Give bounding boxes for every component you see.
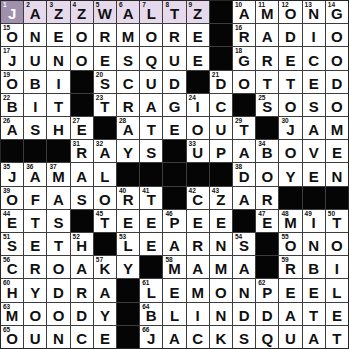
black-cell-r9c14	[303, 187, 325, 209]
cell-r2c15[interactable]: O	[326, 24, 348, 46]
cell-r3c4[interactable]: O	[71, 47, 93, 69]
cell-letter: A	[76, 261, 87, 278]
cell-r6c2[interactable]: S	[24, 117, 46, 139]
cell-letter: J	[8, 6, 16, 23]
cell-r15c1[interactable]: 65O	[1, 326, 23, 348]
cell-letter: L	[170, 308, 179, 325]
cell-letter: O	[29, 308, 41, 325]
cell-letter: R	[99, 29, 110, 46]
cell-letter: O	[6, 76, 18, 93]
black-cell-r7c8	[163, 140, 185, 162]
cell-r9c4[interactable]: S	[71, 187, 93, 209]
cell-r6c3[interactable]: H	[47, 117, 69, 139]
cell-r11c6[interactable]: 53L	[117, 233, 139, 255]
cell-letter: G	[331, 6, 343, 23]
cell-letter: E	[285, 285, 295, 302]
cell-r14c9[interactable]: I	[187, 303, 209, 325]
cell-r15c7[interactable]: 66J	[140, 326, 162, 348]
cell-letter: A	[169, 331, 180, 348]
black-cell-r14c6	[117, 303, 139, 325]
cell-r15c11[interactable]: S	[233, 326, 255, 348]
black-cell-r8c10	[210, 163, 232, 185]
cell-r13c13[interactable]: E	[279, 279, 301, 301]
cell-r8c1[interactable]: 35J	[1, 163, 23, 185]
cell-letter: O	[53, 261, 65, 278]
cell-letter: Y	[123, 145, 133, 162]
cell-r4c11[interactable]: O	[233, 71, 255, 93]
cell-letter: Y	[123, 261, 133, 278]
cell-letter: N	[53, 331, 64, 348]
cell-number: 8	[165, 2, 169, 9]
cell-letter: R	[262, 192, 273, 209]
cell-r11c15[interactable]: O	[326, 233, 348, 255]
cell-letter: E	[53, 29, 63, 46]
cell-letter: U	[285, 331, 296, 348]
cell-r13c15[interactable]: L	[326, 279, 348, 301]
cell-letter: P	[216, 145, 226, 162]
cell-letter: A	[262, 29, 273, 46]
cell-letter: O	[285, 6, 297, 23]
cell-r6c15[interactable]: M	[326, 117, 348, 139]
cell-letter: S	[262, 99, 272, 116]
cell-r1c3[interactable]: 3Z	[47, 1, 69, 23]
cell-r9c11[interactable]: A	[233, 187, 255, 209]
cell-r14c4[interactable]: D	[71, 303, 93, 325]
cell-r4c7[interactable]: U	[140, 71, 162, 93]
cell-r15c12[interactable]: Q	[256, 326, 278, 348]
cell-letter: M	[168, 261, 181, 278]
cell-number: 2	[26, 2, 30, 9]
black-cell-r6c5	[94, 117, 116, 139]
cell-r10c12[interactable]: 47E	[256, 210, 278, 232]
cell-r5c2[interactable]: I	[24, 94, 46, 116]
cell-r11c2[interactable]: E	[24, 233, 46, 255]
cell-number: 46	[165, 211, 172, 218]
cell-r12c3[interactable]: O	[47, 256, 69, 278]
cell-r9c2[interactable]: F	[24, 187, 46, 209]
cell-r8c2[interactable]: 36A	[24, 163, 46, 185]
cell-r9c7[interactable]: 41T	[140, 187, 162, 209]
cell-number: 15	[3, 25, 10, 32]
cell-r13c12[interactable]: 62P	[256, 279, 278, 301]
cell-r12c15[interactable]: I	[326, 256, 348, 278]
cell-r13c3[interactable]: D	[47, 279, 69, 301]
cell-letter: S	[239, 331, 249, 348]
cell-r11c14[interactable]: N	[303, 233, 325, 255]
cell-r15c9[interactable]: C	[187, 326, 209, 348]
cell-r1c13[interactable]: 12O	[279, 1, 301, 23]
cell-r12c13[interactable]: 59R	[279, 256, 301, 278]
cell-r11c7[interactable]: E	[140, 233, 162, 255]
cell-r2c12[interactable]: A	[256, 24, 278, 46]
cell-number: 57	[96, 257, 103, 264]
cell-r10c7[interactable]: E	[140, 210, 162, 232]
cell-r6c7[interactable]: T	[140, 117, 162, 139]
cell-letter: T	[147, 192, 156, 209]
cell-letter: N	[30, 29, 41, 46]
cell-letter: G	[238, 53, 250, 70]
cell-r10c2[interactable]: T	[24, 210, 46, 232]
cell-r13c4[interactable]: R	[71, 279, 93, 301]
cell-r4c3[interactable]: I	[47, 71, 69, 93]
cell-r11c4[interactable]: 52H	[71, 233, 93, 255]
cell-letter: T	[100, 215, 109, 232]
cell-letter: T	[31, 215, 40, 232]
cell-r9c9[interactable]: 42C	[187, 187, 209, 209]
cell-r5c7[interactable]: A	[140, 94, 162, 116]
cell-number: 7	[142, 2, 146, 9]
cell-r12c2[interactable]: R	[24, 256, 46, 278]
cell-letter: J	[147, 331, 155, 348]
cell-letter: A	[308, 331, 319, 348]
cell-r4c12[interactable]: T	[256, 71, 278, 93]
black-cell-r8c7	[140, 163, 162, 185]
cell-letter: A	[53, 192, 64, 209]
cell-r2c13[interactable]: D	[279, 24, 301, 46]
cell-r6c10[interactable]: U	[210, 117, 232, 139]
cell-r2c2[interactable]: N	[24, 24, 46, 46]
cell-letter: H	[76, 238, 87, 255]
cell-r15c13[interactable]: U	[279, 326, 301, 348]
cell-r8c4[interactable]: A	[71, 163, 93, 185]
cell-r1c8[interactable]: 8T	[163, 1, 185, 23]
cell-r4c2[interactable]: B	[24, 71, 46, 93]
cell-r1c1[interactable]: 1J	[1, 1, 23, 23]
cell-r15c15[interactable]: T	[326, 326, 348, 348]
cell-letter: I	[196, 308, 200, 325]
cell-r2c4[interactable]: O	[71, 24, 93, 46]
cell-r9c6[interactable]: 40R	[117, 187, 139, 209]
cell-r10c1[interactable]: 44E	[1, 210, 23, 232]
cell-r12c11[interactable]: A	[233, 256, 255, 278]
cell-letter: P	[169, 215, 179, 232]
cell-r1c6[interactable]: 6A	[117, 1, 139, 23]
cell-letter: A	[239, 192, 250, 209]
cell-r3c15[interactable]: O	[326, 47, 348, 69]
cell-r14c1[interactable]: 63M	[1, 303, 23, 325]
cell-number: 21	[212, 72, 219, 79]
cell-r14c11[interactable]: D	[233, 303, 255, 325]
cell-letter: E	[309, 169, 319, 186]
cell-r2c9[interactable]: E	[187, 24, 209, 46]
cell-r3c8[interactable]: U	[163, 47, 185, 69]
cell-letter: U	[169, 53, 180, 70]
cell-r11c10[interactable]: N	[210, 233, 232, 255]
cell-r10c14[interactable]: 49I	[303, 210, 325, 232]
cell-r15c8[interactable]: A	[163, 326, 185, 348]
cell-r10c8[interactable]: 46P	[163, 210, 185, 232]
cell-letter: E	[262, 215, 272, 232]
cell-r1c12[interactable]: 11M	[256, 1, 278, 23]
cell-r4c6[interactable]: C	[117, 71, 139, 93]
cell-r6c11[interactable]: 29T	[233, 117, 255, 139]
cell-r7c13[interactable]: O	[279, 140, 301, 162]
cell-r12c5[interactable]: 57K	[94, 256, 116, 278]
cell-r3c13[interactable]: E	[279, 47, 301, 69]
cell-r5c14[interactable]: S	[303, 94, 325, 116]
cell-r1c7[interactable]: 7L	[140, 1, 162, 23]
cell-r12c8[interactable]: 58M	[163, 256, 185, 278]
cell-r14c12[interactable]: D	[256, 303, 278, 325]
cell-r10c6[interactable]: E	[117, 210, 139, 232]
cell-r3c9[interactable]: E	[187, 47, 209, 69]
cell-r5c15[interactable]: O	[326, 94, 348, 116]
cell-letter: U	[30, 53, 41, 70]
cell-letter: L	[147, 285, 156, 302]
cell-letter: I	[312, 29, 316, 46]
cell-r8c14[interactable]: E	[303, 163, 325, 185]
cell-r7c5[interactable]: 32A	[94, 140, 116, 162]
cell-r6c1[interactable]: 26A	[1, 117, 23, 139]
cell-r6c8[interactable]: E	[163, 117, 185, 139]
cell-letter: I	[56, 76, 60, 93]
cell-r12c4[interactable]: A	[71, 256, 93, 278]
cell-r8c3[interactable]: 37M	[47, 163, 69, 185]
cell-r2c8[interactable]: R	[163, 24, 185, 46]
cell-r8c12[interactable]: O	[256, 163, 278, 185]
cell-letter: E	[30, 238, 40, 255]
cell-r12c10[interactable]: M	[210, 256, 232, 278]
cell-r11c3[interactable]: T	[47, 233, 69, 255]
cell-letter: O	[6, 29, 18, 46]
cell-number: 59	[281, 257, 288, 264]
cell-letter: O	[6, 331, 18, 348]
cell-letter: E	[169, 285, 179, 302]
cell-r13c2[interactable]: Y	[24, 279, 46, 301]
cell-r15c4[interactable]: C	[71, 326, 93, 348]
cell-letter: C	[7, 261, 18, 278]
cell-r3c12[interactable]: R	[256, 47, 278, 69]
cell-r7c9[interactable]: 33U	[187, 140, 209, 162]
cell-r12c14[interactable]: B	[303, 256, 325, 278]
cell-r7c4[interactable]: 31R	[71, 140, 93, 162]
cell-r14c14[interactable]: T	[303, 303, 325, 325]
cell-letter: L	[100, 169, 109, 186]
cell-r3c14[interactable]: C	[303, 47, 325, 69]
cell-r14c10[interactable]: N	[210, 303, 232, 325]
cell-number: 35	[3, 164, 10, 171]
cell-r4c15[interactable]: D	[326, 71, 348, 93]
cell-r1c9[interactable]: 9Z	[187, 1, 209, 23]
cell-r13c8[interactable]: E	[163, 279, 185, 301]
cell-r1c15[interactable]: 14G	[326, 1, 348, 23]
black-cell-r5c11	[233, 94, 255, 116]
cell-r11c11[interactable]: 54S	[233, 233, 255, 255]
cell-letter: O	[215, 285, 227, 302]
cell-r10c3[interactable]: S	[47, 210, 69, 232]
cell-r6c14[interactable]: A	[303, 117, 325, 139]
cell-letter: T	[147, 122, 156, 139]
cell-number: 1	[3, 2, 7, 9]
cell-r14c2[interactable]: O	[24, 303, 46, 325]
cell-letter: S	[77, 192, 87, 209]
cell-r13c14[interactable]: E	[303, 279, 325, 301]
cell-r14c8[interactable]: L	[163, 303, 185, 325]
cell-r3c1[interactable]: 17J	[1, 47, 23, 69]
cell-r5c10[interactable]: C	[210, 94, 232, 116]
cell-letter: S	[123, 53, 133, 70]
cell-r8c13[interactable]: Y	[279, 163, 301, 185]
cell-r3c5[interactable]: E	[94, 47, 116, 69]
cell-r4c13[interactable]: T	[279, 71, 301, 93]
cell-number: 39	[3, 188, 10, 195]
cell-r2c3[interactable]: E	[47, 24, 69, 46]
cell-r8c11[interactable]: 38D	[233, 163, 255, 185]
cell-letter: O	[331, 29, 343, 46]
cell-r12c1[interactable]: 56C	[1, 256, 23, 278]
cell-letter: O	[6, 192, 18, 209]
black-cell-r7c3	[47, 140, 69, 162]
cell-letter: M	[215, 261, 228, 278]
cell-letter: T	[54, 238, 63, 255]
cell-r14c15[interactable]: E	[326, 303, 348, 325]
cell-r14c5[interactable]: Y	[94, 303, 116, 325]
cell-number: 64	[142, 304, 149, 311]
cell-r10c10[interactable]: E	[210, 210, 232, 232]
cell-number: 37	[49, 164, 56, 171]
cell-number: 47	[258, 211, 265, 218]
cell-r11c8[interactable]: A	[163, 233, 185, 255]
cell-r7c10[interactable]: P	[210, 140, 232, 162]
cell-letter: E	[77, 122, 87, 139]
cell-r4c8[interactable]: D	[163, 71, 185, 93]
cell-r12c6[interactable]: Y	[117, 256, 139, 278]
cell-r4c10[interactable]: 21D	[210, 71, 232, 93]
cell-letter: R	[76, 285, 87, 302]
cell-r1c4[interactable]: 4Z	[71, 1, 93, 23]
cell-r15c10[interactable]: K	[210, 326, 232, 348]
cell-r2c5[interactable]: R	[94, 24, 116, 46]
cell-r11c1[interactable]: 51S	[1, 233, 23, 255]
cell-r10c9[interactable]: E	[187, 210, 209, 232]
cell-r9c5[interactable]: O	[94, 187, 116, 209]
cell-r14c3[interactable]: O	[47, 303, 69, 325]
cell-letter: R	[123, 99, 134, 116]
cell-r6c13[interactable]: 30J	[279, 117, 301, 139]
cell-letter: S	[239, 238, 249, 255]
cell-r3c11[interactable]: 18G	[233, 47, 255, 69]
cell-r2c11[interactable]: 16R	[233, 24, 255, 46]
cell-r4c1[interactable]: 19O	[1, 71, 23, 93]
cell-letter: L	[332, 285, 341, 302]
cell-r15c2[interactable]: U	[24, 326, 46, 348]
cell-r13c10[interactable]: O	[210, 279, 232, 301]
cell-r10c13[interactable]: 48M	[279, 210, 301, 232]
cell-r8c15[interactable]: N	[326, 163, 348, 185]
cell-r15c14[interactable]: A	[303, 326, 325, 348]
cell-letter: N	[215, 308, 226, 325]
cell-letter: A	[123, 6, 134, 23]
cell-r11c13[interactable]: 55O	[279, 233, 301, 255]
cell-r3c2[interactable]: U	[24, 47, 46, 69]
cell-number: 18	[235, 48, 242, 55]
cell-number: 42	[189, 188, 196, 195]
cell-letter: C	[76, 331, 87, 348]
cell-number: 36	[26, 164, 33, 171]
cell-number: 41	[142, 188, 149, 195]
cell-r2c6[interactable]: M	[117, 24, 139, 46]
cell-r13c1[interactable]: 60H	[1, 279, 23, 301]
cell-letter: Y	[100, 308, 110, 325]
cell-r1c11[interactable]: 10A	[233, 1, 255, 23]
cell-r2c14[interactable]: I	[303, 24, 325, 46]
cell-r12c9[interactable]: A	[187, 256, 209, 278]
cell-letter: A	[30, 6, 41, 23]
cell-r1c14[interactable]: 13N	[303, 1, 325, 23]
cell-r15c5[interactable]: E	[94, 326, 116, 348]
cell-r7c14[interactable]: V	[303, 140, 325, 162]
cell-number: 33	[189, 141, 196, 148]
cell-r5c3[interactable]: T	[47, 94, 69, 116]
cell-r4c5[interactable]: 20S	[94, 71, 116, 93]
cell-r9c10[interactable]: 43Z	[210, 187, 232, 209]
cell-letter: I	[312, 215, 316, 232]
cell-r5c9[interactable]: 24I	[187, 94, 209, 116]
cell-r5c8[interactable]: G	[163, 94, 185, 116]
cell-r1c2[interactable]: 2A	[24, 1, 46, 23]
cell-r6c9[interactable]: O	[187, 117, 209, 139]
cell-r3c6[interactable]: S	[117, 47, 139, 69]
cell-r6c6[interactable]: 28A	[117, 117, 139, 139]
cell-letter: E	[7, 215, 17, 232]
cell-letter: A	[76, 169, 87, 186]
cell-letter: A	[239, 145, 250, 162]
cell-r14c7[interactable]: 64B	[140, 303, 162, 325]
cell-r1c5[interactable]: 5W	[94, 1, 116, 23]
cell-r9c1[interactable]: 39O	[1, 187, 23, 209]
cell-r11c9[interactable]: R	[187, 233, 209, 255]
cell-letter: T	[100, 99, 109, 116]
cell-letter: T	[263, 76, 272, 93]
cell-letter: N	[331, 169, 342, 186]
cell-r7c12[interactable]: 34B	[256, 140, 278, 162]
cell-r15c3[interactable]: N	[47, 326, 69, 348]
cell-r13c7[interactable]: 61L	[140, 279, 162, 301]
cell-r9c12[interactable]: R	[256, 187, 278, 209]
cell-r4c14[interactable]: E	[303, 71, 325, 93]
black-cell-r10c11	[233, 210, 255, 232]
cell-r3c7[interactable]: Q	[140, 47, 162, 69]
cell-r14c13[interactable]: A	[279, 303, 301, 325]
cell-r2c7[interactable]: O	[140, 24, 162, 46]
cell-number: 66	[142, 327, 149, 334]
cell-r5c6[interactable]: R	[117, 94, 139, 116]
cell-r10c5[interactable]: 45T	[94, 210, 116, 232]
cell-r7c6[interactable]: Y	[117, 140, 139, 162]
cell-letter: S	[146, 145, 156, 162]
cell-r7c7[interactable]: S	[140, 140, 162, 162]
cell-r5c12[interactable]: 25S	[256, 94, 278, 116]
cell-r5c13[interactable]: O	[279, 94, 301, 116]
cell-r5c1[interactable]: 22B	[1, 94, 23, 116]
cell-r7c11[interactable]: A	[233, 140, 255, 162]
cell-r8c5[interactable]: L	[94, 163, 116, 185]
cell-r13c11[interactable]: N	[233, 279, 255, 301]
cell-letter: A	[308, 122, 319, 139]
cell-r5c5[interactable]: 23T	[94, 94, 116, 116]
cell-r13c9[interactable]: M	[187, 279, 209, 301]
cell-r13c5[interactable]: A	[94, 279, 116, 301]
cell-r2c1[interactable]: 15O	[1, 24, 23, 46]
cell-r6c4[interactable]: 27E	[71, 117, 93, 139]
cell-number: 58	[165, 257, 172, 264]
cell-r7c15[interactable]: E	[326, 140, 348, 162]
cell-r3c3[interactable]: N	[47, 47, 69, 69]
cell-letter: Z	[193, 6, 202, 23]
cell-r10c15[interactable]: 50T	[326, 210, 348, 232]
cell-r9c3[interactable]: A	[47, 187, 69, 209]
cell-letter: O	[285, 99, 297, 116]
